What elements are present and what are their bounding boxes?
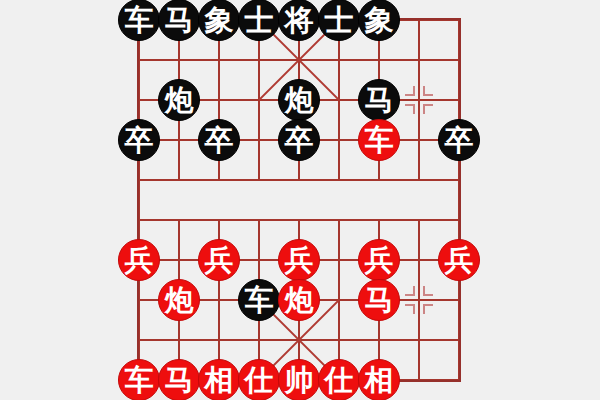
piece-red-horse[interactable]: 马 (358, 279, 400, 321)
piece-red-cannon[interactable]: 炮 (278, 279, 320, 321)
xiangqi-board[interactable]: 车马象士将士象炮炮马卒卒卒车卒兵兵兵兵兵炮车炮马车马相仕帅仕相 (0, 0, 600, 400)
piece-black-elephant[interactable]: 象 (198, 0, 240, 41)
piece-black-chariot[interactable]: 车 (238, 279, 280, 321)
piece-red-soldier[interactable]: 兵 (438, 239, 480, 281)
piece-black-advisor[interactable]: 士 (238, 0, 280, 41)
piece-red-cannon[interactable]: 炮 (158, 279, 200, 321)
piece-black-cannon[interactable]: 炮 (278, 79, 320, 121)
piece-black-general[interactable]: 将 (278, 0, 320, 41)
piece-black-soldier[interactable]: 卒 (278, 119, 320, 161)
piece-black-soldier[interactable]: 卒 (118, 119, 160, 161)
piece-black-advisor[interactable]: 士 (318, 0, 360, 41)
piece-red-general[interactable]: 帅 (278, 359, 320, 400)
piece-red-soldier[interactable]: 兵 (198, 239, 240, 281)
piece-red-elephant[interactable]: 相 (198, 359, 240, 400)
piece-red-chariot[interactable]: 车 (118, 359, 160, 400)
piece-red-soldier[interactable]: 兵 (358, 239, 400, 281)
piece-red-horse[interactable]: 马 (158, 359, 200, 400)
piece-black-chariot[interactable]: 车 (118, 0, 160, 41)
piece-black-elephant[interactable]: 象 (358, 0, 400, 41)
piece-red-advisor[interactable]: 仕 (238, 359, 280, 400)
piece-red-chariot[interactable]: 车 (358, 119, 400, 161)
pieces-layer: 车马象士将士象炮炮马卒卒卒车卒兵兵兵兵兵炮车炮马车马相仕帅仕相 (0, 0, 600, 400)
piece-black-horse[interactable]: 马 (358, 79, 400, 121)
piece-red-soldier[interactable]: 兵 (278, 239, 320, 281)
piece-red-soldier[interactable]: 兵 (118, 239, 160, 281)
piece-red-elephant[interactable]: 相 (358, 359, 400, 400)
piece-black-horse[interactable]: 马 (158, 0, 200, 41)
piece-black-soldier[interactable]: 卒 (198, 119, 240, 161)
piece-red-advisor[interactable]: 仕 (318, 359, 360, 400)
piece-black-cannon[interactable]: 炮 (158, 79, 200, 121)
piece-black-soldier[interactable]: 卒 (438, 119, 480, 161)
